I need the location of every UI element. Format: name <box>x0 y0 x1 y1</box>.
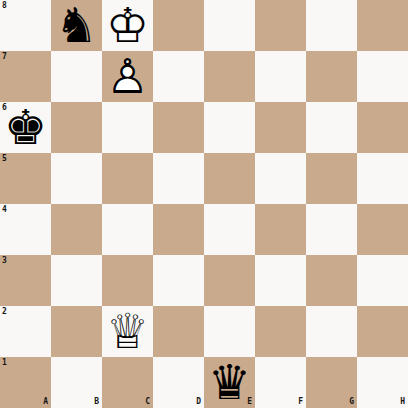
square-d2[interactable] <box>153 306 204 357</box>
black-king-icon[interactable]: ♚ <box>0 102 51 153</box>
white-king-icon[interactable]: ♚♔ <box>102 0 153 51</box>
black-queen-glyph: ♛ <box>204 357 255 408</box>
black-knight-icon[interactable]: ♞ <box>51 0 102 51</box>
square-c7[interactable]: ♟♙ <box>102 51 153 102</box>
file-label-b: B <box>94 398 99 406</box>
square-c1[interactable]: C <box>102 357 153 408</box>
square-e7[interactable] <box>204 51 255 102</box>
square-a8[interactable]: 8 <box>0 0 51 51</box>
square-b8[interactable]: ♞ <box>51 0 102 51</box>
white-queen-glyph: ♕ <box>102 306 153 357</box>
square-e1[interactable]: E♛ <box>204 357 255 408</box>
square-e5[interactable] <box>204 153 255 204</box>
square-a4[interactable]: 4 <box>0 204 51 255</box>
square-b1[interactable]: B <box>51 357 102 408</box>
square-f8[interactable] <box>255 0 306 51</box>
square-e4[interactable] <box>204 204 255 255</box>
square-b6[interactable] <box>51 102 102 153</box>
square-g2[interactable] <box>306 306 357 357</box>
square-a7[interactable]: 7 <box>0 51 51 102</box>
square-g7[interactable] <box>306 51 357 102</box>
square-f7[interactable] <box>255 51 306 102</box>
square-c4[interactable] <box>102 204 153 255</box>
square-f3[interactable] <box>255 255 306 306</box>
square-f5[interactable] <box>255 153 306 204</box>
square-a5[interactable]: 5 <box>0 153 51 204</box>
file-label-c: C <box>145 398 150 406</box>
square-b2[interactable] <box>51 306 102 357</box>
square-b4[interactable] <box>51 204 102 255</box>
black-king-glyph: ♚ <box>0 102 51 153</box>
square-h3[interactable] <box>357 255 408 306</box>
square-g1[interactable]: G <box>306 357 357 408</box>
square-g6[interactable] <box>306 102 357 153</box>
rank-label-7: 7 <box>2 53 7 61</box>
square-c8[interactable]: ♚♔ <box>102 0 153 51</box>
white-pawn-glyph: ♙ <box>102 51 153 102</box>
square-h7[interactable] <box>357 51 408 102</box>
white-queen-icon[interactable]: ♛♕ <box>102 306 153 357</box>
square-c2[interactable]: ♛♕ <box>102 306 153 357</box>
square-d3[interactable] <box>153 255 204 306</box>
white-pawn-icon[interactable]: ♟♙ <box>102 51 153 102</box>
black-queen-icon[interactable]: ♛ <box>204 357 255 408</box>
square-g8[interactable] <box>306 0 357 51</box>
square-c3[interactable] <box>102 255 153 306</box>
square-a2[interactable]: 2 <box>0 306 51 357</box>
square-f2[interactable] <box>255 306 306 357</box>
square-c5[interactable] <box>102 153 153 204</box>
square-h8[interactable] <box>357 0 408 51</box>
square-b5[interactable] <box>51 153 102 204</box>
white-king-glyph: ♔ <box>102 0 153 51</box>
rank-label-5: 5 <box>2 155 7 163</box>
square-g3[interactable] <box>306 255 357 306</box>
black-knight-glyph: ♞ <box>51 0 102 51</box>
file-label-a: A <box>43 398 48 406</box>
square-b7[interactable] <box>51 51 102 102</box>
square-h6[interactable] <box>357 102 408 153</box>
square-d5[interactable] <box>153 153 204 204</box>
square-c6[interactable] <box>102 102 153 153</box>
square-d6[interactable] <box>153 102 204 153</box>
rank-label-2: 2 <box>2 308 7 316</box>
rank-label-1: 1 <box>2 359 7 367</box>
rank-label-8: 8 <box>2 2 7 10</box>
file-label-h: H <box>400 398 405 406</box>
square-e6[interactable] <box>204 102 255 153</box>
square-g5[interactable] <box>306 153 357 204</box>
chess-board: 8♞♚♔7♟♙6♚5432♛♕1ABCDE♛FGH <box>0 0 408 408</box>
file-label-d: D <box>196 398 201 406</box>
rank-label-4: 4 <box>2 206 7 214</box>
square-e2[interactable] <box>204 306 255 357</box>
square-a1[interactable]: 1A <box>0 357 51 408</box>
square-f4[interactable] <box>255 204 306 255</box>
file-label-f: F <box>298 398 303 406</box>
square-a6[interactable]: 6♚ <box>0 102 51 153</box>
square-b3[interactable] <box>51 255 102 306</box>
rank-label-3: 3 <box>2 257 7 265</box>
square-d4[interactable] <box>153 204 204 255</box>
square-d8[interactable] <box>153 0 204 51</box>
square-d1[interactable]: D <box>153 357 204 408</box>
square-e3[interactable] <box>204 255 255 306</box>
square-e8[interactable] <box>204 0 255 51</box>
square-f6[interactable] <box>255 102 306 153</box>
square-h5[interactable] <box>357 153 408 204</box>
square-g4[interactable] <box>306 204 357 255</box>
square-f1[interactable]: F <box>255 357 306 408</box>
square-a3[interactable]: 3 <box>0 255 51 306</box>
square-h1[interactable]: H <box>357 357 408 408</box>
square-h4[interactable] <box>357 204 408 255</box>
square-d7[interactable] <box>153 51 204 102</box>
square-h2[interactable] <box>357 306 408 357</box>
file-label-g: G <box>349 398 354 406</box>
